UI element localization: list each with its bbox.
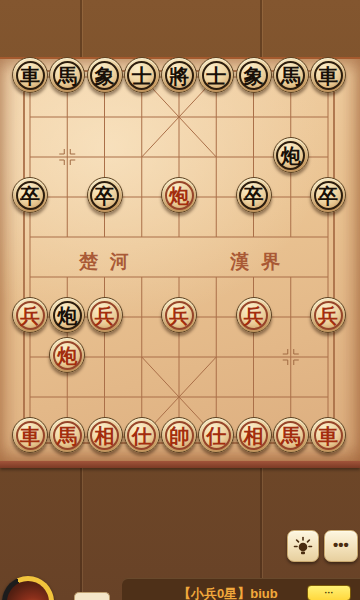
piece-red-相[interactable]: 相 — [87, 417, 123, 453]
piece-black-炮[interactable]: 炮 — [273, 137, 309, 173]
piece-glyph: 兵 — [95, 305, 115, 326]
piece-glyph: 炮 — [57, 345, 77, 366]
piece-black-象[interactable]: 象 — [236, 57, 272, 93]
pieces-grid: 車馬象士將士象馬車炮卒卒炮卒卒兵炮兵兵兵兵炮車馬相仕帥仕相馬車 — [11, 55, 346, 455]
piece-glyph: 炮 — [57, 305, 77, 326]
piece-glyph: 炮 — [169, 185, 189, 206]
piece-red-仕[interactable]: 仕 — [124, 417, 160, 453]
piece-glyph: 兵 — [169, 305, 189, 326]
piece-glyph: 相 — [244, 425, 264, 446]
piece-glyph: 仕 — [206, 425, 226, 446]
piece-glyph: 馬 — [57, 425, 77, 446]
piece-red-兵[interactable]: 兵 — [236, 297, 272, 333]
piece-glyph: 帥 — [169, 425, 189, 446]
piece-red-車[interactable]: 車 — [12, 417, 48, 453]
chat-action-button[interactable]: ··· — [307, 585, 351, 600]
piece-black-車[interactable]: 車 — [12, 57, 48, 93]
piece-glyph: 兵 — [244, 305, 264, 326]
piece-glyph: 兵 — [20, 305, 40, 326]
piece-glyph: 士 — [132, 65, 152, 86]
piece-glyph: 炮 — [281, 145, 301, 166]
piece-black-象[interactable]: 象 — [87, 57, 123, 93]
piece-red-炮[interactable]: 炮 — [161, 177, 197, 213]
more-options-button[interactable]: ••• — [324, 530, 358, 562]
piece-black-士[interactable]: 士 — [124, 57, 160, 93]
piece-black-馬[interactable]: 馬 — [273, 57, 309, 93]
ellipsis-icon: ••• — [333, 536, 349, 553]
piece-glyph: 卒 — [244, 185, 264, 206]
piece-glyph: 兵 — [318, 305, 338, 326]
piece-red-兵[interactable]: 兵 — [12, 297, 48, 333]
piece-glyph: 卒 — [20, 185, 40, 206]
piece-glyph: 車 — [318, 65, 338, 86]
piece-black-卒[interactable]: 卒 — [87, 177, 123, 213]
piece-black-卒[interactable]: 卒 — [310, 177, 346, 213]
piece-red-兵[interactable]: 兵 — [161, 297, 197, 333]
piece-glyph: 車 — [20, 65, 40, 86]
piece-red-炮[interactable]: 炮 — [49, 337, 85, 373]
piece-red-馬[interactable]: 馬 — [273, 417, 309, 453]
piece-black-將[interactable]: 將 — [161, 57, 197, 93]
lightbulb-icon — [293, 536, 313, 556]
piece-glyph: 卒 — [95, 185, 115, 206]
bottom-side-tab[interactable] — [74, 592, 110, 600]
piece-glyph: 車 — [318, 425, 338, 446]
piece-red-兵[interactable]: 兵 — [310, 297, 346, 333]
piece-red-相[interactable]: 相 — [236, 417, 272, 453]
board-front-edge — [0, 461, 360, 468]
piece-red-兵[interactable]: 兵 — [87, 297, 123, 333]
piece-glyph: 馬 — [57, 65, 77, 86]
piece-black-馬[interactable]: 馬 — [49, 57, 85, 93]
piece-glyph: 卒 — [318, 185, 338, 206]
piece-red-馬[interactable]: 馬 — [49, 417, 85, 453]
piece-glyph: 象 — [244, 65, 264, 86]
piece-glyph: 士 — [206, 65, 226, 86]
piece-black-士[interactable]: 士 — [198, 57, 234, 93]
piece-black-卒[interactable]: 卒 — [236, 177, 272, 213]
piece-red-車[interactable]: 車 — [310, 417, 346, 453]
player-avatar-timer-ring[interactable] — [2, 576, 54, 600]
piece-glyph: 馬 — [281, 65, 301, 86]
piece-red-仕[interactable]: 仕 — [198, 417, 234, 453]
chat-message: 【小兵0星】biub — [178, 585, 278, 600]
piece-glyph: 馬 — [281, 425, 301, 446]
piece-glyph: 仕 — [132, 425, 152, 446]
piece-glyph: 相 — [95, 425, 115, 446]
hint-button[interactable] — [287, 530, 319, 562]
piece-black-車[interactable]: 車 — [310, 57, 346, 93]
piece-black-卒[interactable]: 卒 — [12, 177, 48, 213]
piece-red-帥[interactable]: 帥 — [161, 417, 197, 453]
piece-glyph: 車 — [20, 425, 40, 446]
chat-bar: 【小兵0星】biub ··· — [122, 578, 360, 600]
piece-glyph: 象 — [95, 65, 115, 86]
piece-black-炮[interactable]: 炮 — [49, 297, 85, 333]
piece-glyph: 將 — [169, 65, 189, 86]
